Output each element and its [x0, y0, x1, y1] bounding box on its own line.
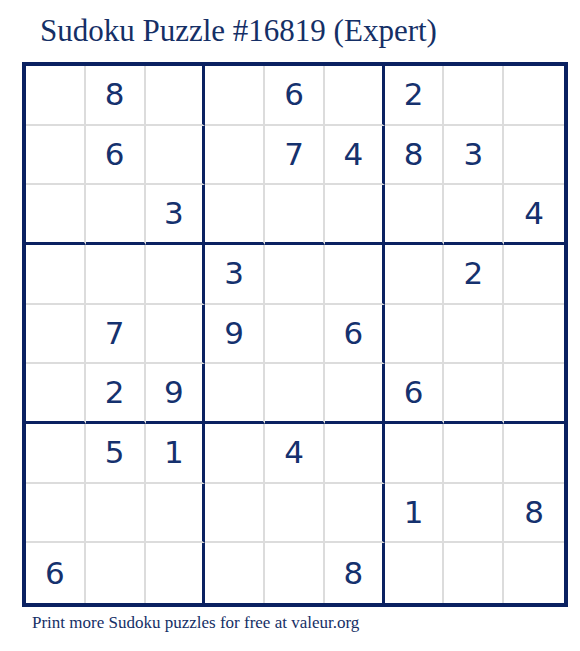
cell-r2c1-empty: [26, 126, 86, 186]
cell-r2c6-given: 4: [325, 126, 385, 186]
cell-r8c1-empty: [26, 484, 86, 544]
footer-text: Print more Sudoku puzzles for free at va…: [32, 613, 359, 633]
cell-r5c2-given: 7: [86, 305, 146, 365]
cell-r5c8-empty: [444, 305, 504, 365]
cell-r3c9-given: 4: [504, 185, 564, 245]
cell-r3c1-empty: [26, 185, 86, 245]
cell-r2c2-given: 6: [86, 126, 146, 186]
cell-r9c8-empty: [444, 543, 504, 603]
cell-r8c9-given: 8: [504, 484, 564, 544]
cell-r2c5-given: 7: [265, 126, 325, 186]
cell-r7c7-empty: [385, 424, 445, 484]
cell-r9c4-empty: [205, 543, 265, 603]
cell-r1c6-empty: [325, 66, 385, 126]
cell-r6c6-empty: [325, 364, 385, 424]
cell-r5c5-empty: [265, 305, 325, 365]
cell-r1c7-given: 2: [385, 66, 445, 126]
cell-r5c6-given: 6: [325, 305, 385, 365]
cell-r9c6-given: 8: [325, 543, 385, 603]
cell-r3c8-empty: [444, 185, 504, 245]
cell-r4c5-empty: [265, 245, 325, 305]
cell-r6c3-given: 9: [146, 364, 206, 424]
cell-r4c1-empty: [26, 245, 86, 305]
cell-r5c1-empty: [26, 305, 86, 365]
cell-r7c9-empty: [504, 424, 564, 484]
cell-r6c4-empty: [205, 364, 265, 424]
cell-r8c7-given: 1: [385, 484, 445, 544]
cell-r7c1-empty: [26, 424, 86, 484]
cell-r9c1-given: 6: [26, 543, 86, 603]
cell-r3c4-empty: [205, 185, 265, 245]
cell-r8c5-empty: [265, 484, 325, 544]
cell-r5c3-empty: [146, 305, 206, 365]
cell-r1c4-empty: [205, 66, 265, 126]
cell-r6c1-empty: [26, 364, 86, 424]
cell-r4c3-empty: [146, 245, 206, 305]
cell-r3c2-empty: [86, 185, 146, 245]
cell-r2c9-empty: [504, 126, 564, 186]
cell-r6c8-empty: [444, 364, 504, 424]
cell-r8c4-empty: [205, 484, 265, 544]
cell-r1c9-empty: [504, 66, 564, 126]
cell-r4c9-empty: [504, 245, 564, 305]
cell-r7c8-empty: [444, 424, 504, 484]
cell-r2c4-empty: [205, 126, 265, 186]
cell-r8c3-empty: [146, 484, 206, 544]
cell-r3c3-given: 3: [146, 185, 206, 245]
cell-r1c3-empty: [146, 66, 206, 126]
cell-r6c2-given: 2: [86, 364, 146, 424]
cell-r4c4-given: 3: [205, 245, 265, 305]
cell-r8c8-empty: [444, 484, 504, 544]
cell-r9c3-empty: [146, 543, 206, 603]
cell-r9c2-empty: [86, 543, 146, 603]
cell-r6c5-empty: [265, 364, 325, 424]
cell-r3c7-empty: [385, 185, 445, 245]
cell-r7c5-given: 4: [265, 424, 325, 484]
cell-r4c7-empty: [385, 245, 445, 305]
cell-r8c2-empty: [86, 484, 146, 544]
cell-r1c1-empty: [26, 66, 86, 126]
cell-r3c5-empty: [265, 185, 325, 245]
cell-r7c4-empty: [205, 424, 265, 484]
cell-r7c3-given: 1: [146, 424, 206, 484]
cell-r1c8-empty: [444, 66, 504, 126]
cell-r2c8-given: 3: [444, 126, 504, 186]
cell-r9c9-empty: [504, 543, 564, 603]
cell-r6c7-given: 6: [385, 364, 445, 424]
cell-r5c9-empty: [504, 305, 564, 365]
cell-r8c6-empty: [325, 484, 385, 544]
cell-r5c4-given: 9: [205, 305, 265, 365]
cell-r3c6-empty: [325, 185, 385, 245]
cell-r4c8-given: 2: [444, 245, 504, 305]
puzzle-title: Sudoku Puzzle #16819 (Expert): [40, 13, 437, 49]
cell-r1c2-given: 8: [86, 66, 146, 126]
cell-r9c7-empty: [385, 543, 445, 603]
cell-r6c9-empty: [504, 364, 564, 424]
cell-r7c6-empty: [325, 424, 385, 484]
cell-r4c2-empty: [86, 245, 146, 305]
cell-r1c5-given: 6: [265, 66, 325, 126]
cell-r2c7-given: 8: [385, 126, 445, 186]
cell-r9c5-empty: [265, 543, 325, 603]
cell-r7c2-given: 5: [86, 424, 146, 484]
sudoku-board: 8626748334327962965141868: [22, 62, 568, 607]
cell-r2c3-empty: [146, 126, 206, 186]
cell-r4c6-empty: [325, 245, 385, 305]
cell-r5c7-empty: [385, 305, 445, 365]
